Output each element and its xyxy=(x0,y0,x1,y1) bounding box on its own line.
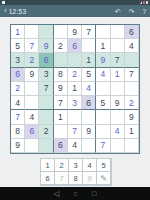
cell-r7c3[interactable] xyxy=(39,110,53,124)
sudoku-board: 1976579261432619769382541727914473659274… xyxy=(10,24,140,154)
cell-r6c6[interactable]: 6 xyxy=(82,96,96,110)
numpad-7-button[interactable]: 7 xyxy=(55,172,69,185)
cell-r7c8[interactable] xyxy=(111,110,125,124)
cell-r4c4[interactable]: 8 xyxy=(54,68,68,82)
cell-r6c1[interactable]: 4 xyxy=(11,96,25,110)
cell-r6c2[interactable] xyxy=(25,96,39,110)
cell-r3c5[interactable] xyxy=(68,53,82,67)
cell-r7c4[interactable]: 1 xyxy=(54,110,68,124)
cell-r5c5[interactable]: 1 xyxy=(68,82,82,96)
cell-r8c1[interactable]: 8 xyxy=(11,125,25,139)
cell-r4c6[interactable]: 5 xyxy=(82,68,96,82)
cell-r9c7[interactable]: 7 xyxy=(96,139,110,153)
game-timer: 12:53 xyxy=(9,8,27,15)
cell-r5c3[interactable]: 7 xyxy=(39,82,53,96)
cell-r8c9[interactable]: 1 xyxy=(125,125,139,139)
cell-r9c8[interactable] xyxy=(111,139,125,153)
cell-r1c4[interactable] xyxy=(54,25,68,39)
cell-r8c4[interactable] xyxy=(54,125,68,139)
cell-r5c4[interactable]: 9 xyxy=(54,82,68,96)
android-nav-bar: ◁ ○ □ xyxy=(0,187,150,200)
cell-r7c6[interactable] xyxy=(82,110,96,124)
cell-r9c9[interactable] xyxy=(125,139,139,153)
help-icon[interactable]: ? xyxy=(142,8,146,15)
nav-back-icon[interactable]: ◁ xyxy=(54,190,60,198)
cell-r8c7[interactable] xyxy=(96,125,110,139)
cell-r2c3[interactable]: 9 xyxy=(39,39,53,53)
signal-icon xyxy=(140,1,142,4)
cell-r2c9[interactable]: 4 xyxy=(125,39,139,53)
cell-r7c7[interactable] xyxy=(96,110,110,124)
cell-r6c5[interactable]: 3 xyxy=(68,96,82,110)
cell-r2c6[interactable] xyxy=(82,39,96,53)
cell-r2c8[interactable] xyxy=(111,39,125,53)
cell-r5c1[interactable]: 2 xyxy=(11,82,25,96)
cell-r8c6[interactable]: 9 xyxy=(82,125,96,139)
cell-r3c8[interactable]: 7 xyxy=(111,53,125,67)
cell-r9c3[interactable] xyxy=(39,139,53,153)
cell-r3c3[interactable]: 6 xyxy=(39,53,53,67)
cell-r5c8[interactable] xyxy=(111,82,125,96)
pencil-icon-button[interactable]: ✎ xyxy=(97,172,111,185)
numpad-3-button[interactable]: 3 xyxy=(69,159,83,172)
back-icon[interactable]: ‹ xyxy=(4,7,7,15)
cell-r4c5[interactable]: 2 xyxy=(68,68,82,82)
cell-r4c1[interactable]: 6 xyxy=(11,68,25,82)
numpad-9-button[interactable]: 9 xyxy=(83,172,97,185)
numpad-4-button[interactable]: 4 xyxy=(83,159,97,172)
numpad-6-button[interactable]: 6 xyxy=(41,172,55,185)
cell-r3c1[interactable]: 3 xyxy=(11,53,25,67)
cell-r9c4[interactable]: 6 xyxy=(54,139,68,153)
cell-r1c3[interactable] xyxy=(39,25,53,39)
battery-icon xyxy=(143,1,145,4)
cell-r6c9[interactable]: 2 xyxy=(125,96,139,110)
cell-r7c1[interactable]: 7 xyxy=(11,110,25,124)
cell-r4c8[interactable]: 1 xyxy=(111,68,125,82)
cell-r3c2[interactable]: 2 xyxy=(25,53,39,67)
cell-r2c7[interactable]: 1 xyxy=(96,39,110,53)
nav-home-icon[interactable]: ○ xyxy=(73,190,78,198)
cell-r9c2[interactable] xyxy=(25,139,39,153)
numpad-1-button[interactable]: 1 xyxy=(41,159,55,172)
cell-r1c9[interactable]: 6 xyxy=(125,25,139,39)
number-pad: 123456789✎ xyxy=(40,158,112,186)
cell-r4c2[interactable]: 9 xyxy=(25,68,39,82)
cell-r2c5[interactable]: 6 xyxy=(68,39,82,53)
cell-r8c3[interactable]: 2 xyxy=(39,125,53,139)
cell-r6c7[interactable]: 5 xyxy=(96,96,110,110)
numpad-5-button[interactable]: 5 xyxy=(97,159,111,172)
cell-r7c5[interactable] xyxy=(68,110,82,124)
numpad-2-button[interactable]: 2 xyxy=(55,159,69,172)
cell-r1c5[interactable]: 9 xyxy=(68,25,82,39)
cell-r6c8[interactable]: 9 xyxy=(111,96,125,110)
cell-r7c9[interactable]: 9 xyxy=(125,110,139,124)
status-time xyxy=(146,1,148,4)
cell-r1c2[interactable] xyxy=(25,25,39,39)
cell-r1c6[interactable]: 7 xyxy=(82,25,96,39)
cell-r2c2[interactable]: 7 xyxy=(25,39,39,53)
cell-r5c9[interactable] xyxy=(125,82,139,96)
cell-r3c7[interactable]: 9 xyxy=(96,53,110,67)
cell-r9c6[interactable] xyxy=(82,139,96,153)
undo-icon[interactable]: ↶ xyxy=(115,8,121,15)
app-bar: ‹ 12:53 ↶ ↷ ? xyxy=(0,5,150,17)
cell-r9c1[interactable]: 9 xyxy=(11,139,25,153)
cell-r5c6[interactable]: 4 xyxy=(82,82,96,96)
cell-r4c7[interactable]: 4 xyxy=(96,68,110,82)
cell-r9c5[interactable]: 4 xyxy=(68,139,82,153)
cell-r7c2[interactable]: 4 xyxy=(25,110,39,124)
cell-r1c8[interactable] xyxy=(111,25,125,39)
cell-r1c1[interactable]: 1 xyxy=(11,25,25,39)
cell-r3c9[interactable] xyxy=(125,53,139,67)
cell-r1c7[interactable] xyxy=(96,25,110,39)
cell-r3c4[interactable] xyxy=(54,53,68,67)
cell-r3c6[interactable]: 1 xyxy=(82,53,96,67)
cell-r2c4[interactable]: 2 xyxy=(54,39,68,53)
nav-recents-icon[interactable]: □ xyxy=(92,190,97,198)
cell-r8c5[interactable]: 7 xyxy=(68,125,82,139)
cell-r2c1[interactable]: 5 xyxy=(11,39,25,53)
cell-r8c2[interactable]: 6 xyxy=(25,125,39,139)
cell-r6c3[interactable] xyxy=(39,96,53,110)
cell-r5c2[interactable] xyxy=(25,82,39,96)
cell-r5c7[interactable] xyxy=(96,82,110,96)
cell-r4c3[interactable]: 3 xyxy=(39,68,53,82)
cell-r8c8[interactable]: 4 xyxy=(111,125,125,139)
cell-r6c4[interactable]: 7 xyxy=(54,96,68,110)
numpad-8-button[interactable]: 8 xyxy=(69,172,83,185)
redo-icon[interactable]: ↷ xyxy=(129,8,135,15)
cell-r4c9[interactable]: 7 xyxy=(125,68,139,82)
notification-icon xyxy=(2,1,5,4)
